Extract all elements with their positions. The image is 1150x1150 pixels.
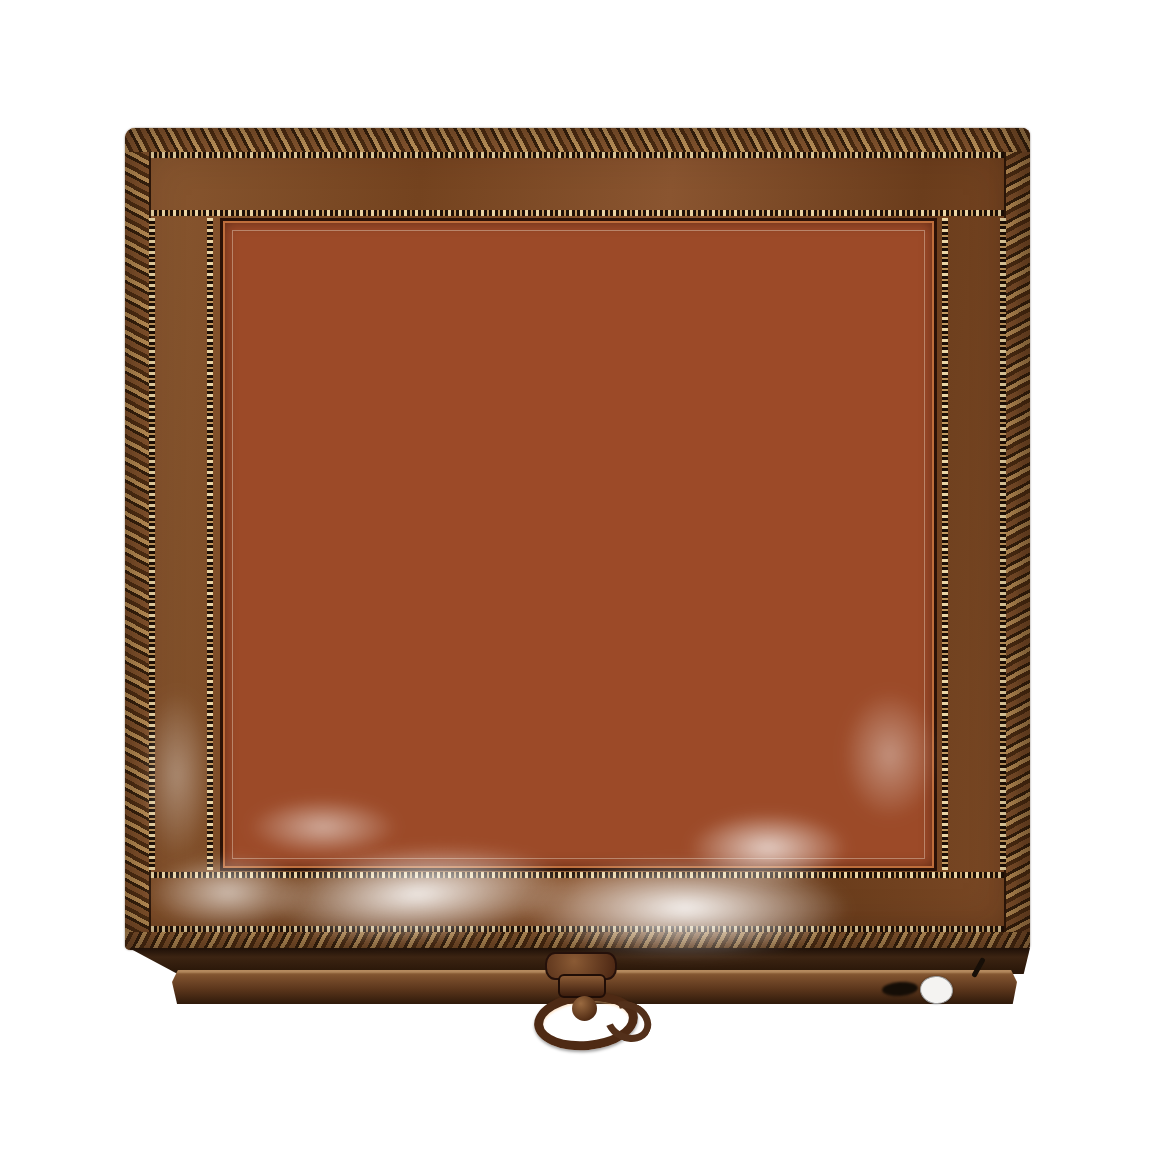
motif-band-right <box>942 216 1006 872</box>
chess-board <box>232 230 925 859</box>
herringbone-band-top <box>125 128 1030 154</box>
motif-band-bottom <box>149 872 1006 932</box>
herringbone-band-bottom <box>125 930 1030 950</box>
motif-band-top <box>149 152 1006 216</box>
motif-band-left <box>149 216 213 872</box>
board-inner-frame <box>220 218 937 871</box>
herringbone-band-left <box>125 152 151 932</box>
clasp-hinge <box>558 974 606 998</box>
photo-canvas: { "game": "chess", "scene": "overhead ph… <box>0 0 1150 1150</box>
clasp-knob <box>572 996 597 1021</box>
chess-box-top-face <box>125 128 1030 950</box>
herringbone-band-right <box>1004 152 1030 932</box>
